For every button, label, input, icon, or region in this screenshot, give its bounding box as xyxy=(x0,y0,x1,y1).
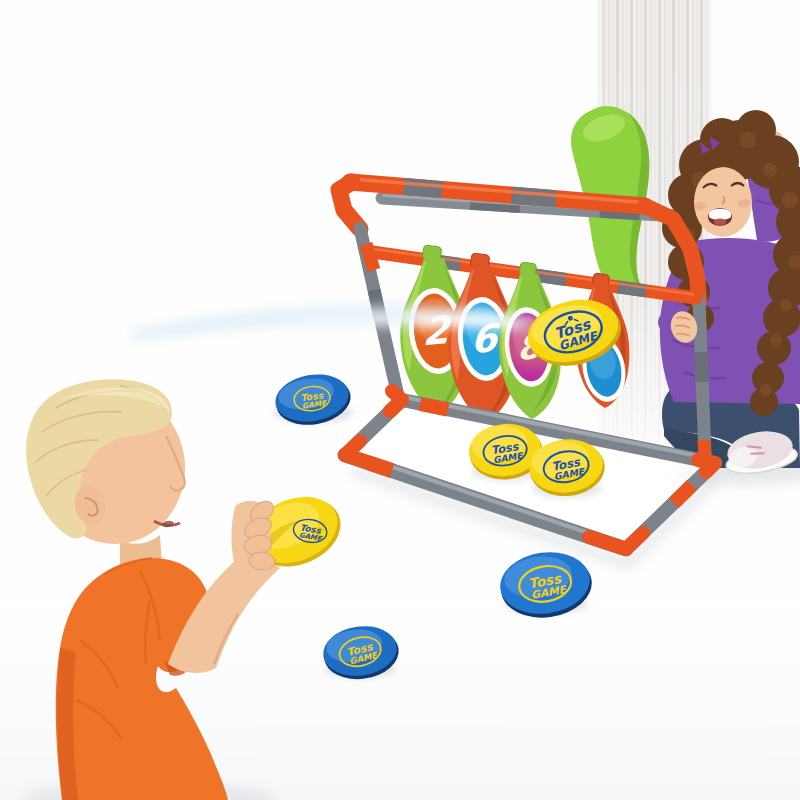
base-corner-back-left xyxy=(390,391,402,411)
scene: 2 6 8 xyxy=(0,0,800,800)
base-corner-back-right xyxy=(698,460,715,472)
toss-game-photo: 2 6 8 xyxy=(0,0,800,800)
